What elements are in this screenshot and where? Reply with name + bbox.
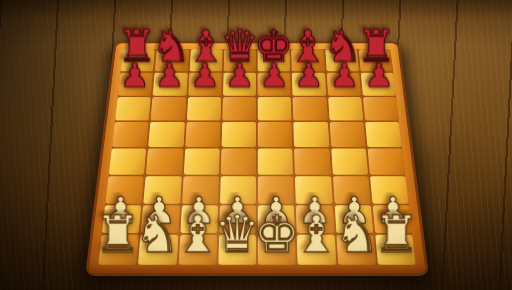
piece-red-pawn-c7[interactable]: ♟ (190, 59, 220, 92)
piece-cream-rook-h1[interactable]: ♜ (373, 209, 419, 260)
square-f5[interactable] (294, 122, 329, 147)
square-d7[interactable]: ♟ (223, 73, 256, 96)
square-e5[interactable] (258, 122, 293, 147)
square-h7[interactable]: ♟ (361, 73, 396, 96)
square-h4[interactable] (367, 149, 405, 175)
piece-red-pawn-g7[interactable]: ♟ (329, 59, 359, 92)
square-g5[interactable] (329, 122, 365, 147)
piece-red-pawn-a7[interactable]: ♟ (120, 59, 150, 92)
wooden-table-background: ♜♞♝♛♚♝♞♜♟♟♟♟♟♟♟♟♟♟♟♟♟♟♟♟♜♞♝♛♚♝♞♜ (0, 0, 512, 290)
square-a6[interactable] (115, 97, 151, 121)
square-h6[interactable] (363, 97, 399, 121)
square-g6[interactable] (328, 97, 363, 121)
square-e6[interactable] (258, 97, 292, 121)
square-f7[interactable]: ♟ (292, 73, 326, 96)
board-grid: ♜♞♝♛♚♝♞♜♟♟♟♟♟♟♟♟♟♟♟♟♟♟♟♟♜♞♝♛♚♝♞♜ (98, 49, 415, 265)
square-c6[interactable] (186, 97, 221, 121)
square-f4[interactable] (294, 149, 330, 175)
square-g1[interactable]: ♞ (336, 235, 376, 265)
chess-board: ♜♞♝♛♚♝♞♜♟♟♟♟♟♟♟♟♟♟♟♟♟♟♟♟♜♞♝♛♚♝♞♜ (85, 41, 429, 276)
square-f1[interactable]: ♝ (297, 235, 336, 265)
piece-red-pawn-b7[interactable]: ♟ (155, 59, 185, 92)
square-f6[interactable] (293, 97, 328, 121)
piece-red-pawn-h7[interactable]: ♟ (364, 59, 394, 92)
piece-red-pawn-d7[interactable]: ♟ (225, 59, 255, 92)
square-b7[interactable]: ♟ (153, 73, 188, 96)
square-c7[interactable]: ♟ (188, 73, 222, 96)
square-g4[interactable] (331, 149, 368, 175)
square-b6[interactable] (151, 97, 186, 121)
square-h5[interactable] (365, 122, 402, 147)
square-a1[interactable]: ♜ (98, 235, 139, 265)
piece-red-pawn-f7[interactable]: ♟ (294, 59, 324, 92)
square-a5[interactable] (112, 122, 149, 147)
square-d6[interactable] (222, 97, 256, 121)
square-d1[interactable]: ♛ (218, 235, 256, 265)
square-b5[interactable] (148, 122, 184, 147)
square-h1[interactable]: ♜ (375, 235, 416, 265)
square-d5[interactable] (221, 122, 256, 147)
square-b1[interactable]: ♞ (138, 235, 178, 265)
square-e1[interactable]: ♚ (258, 235, 296, 265)
square-c4[interactable] (183, 149, 219, 175)
square-c5[interactable] (185, 122, 220, 147)
square-b4[interactable] (146, 149, 183, 175)
square-c1[interactable]: ♝ (178, 235, 217, 265)
square-a4[interactable] (109, 149, 147, 175)
square-d4[interactable] (221, 149, 256, 175)
square-e4[interactable] (258, 149, 293, 175)
square-g7[interactable]: ♟ (326, 73, 361, 96)
piece-red-pawn-e7[interactable]: ♟ (260, 59, 290, 92)
square-a7[interactable]: ♟ (118, 73, 153, 96)
square-e7[interactable]: ♟ (258, 73, 291, 96)
game-screen: ♜♞♝♛♚♝♞♜♟♟♟♟♟♟♟♟♟♟♟♟♟♟♟♟♜♞♝♛♚♝♞♜ (0, 0, 512, 290)
